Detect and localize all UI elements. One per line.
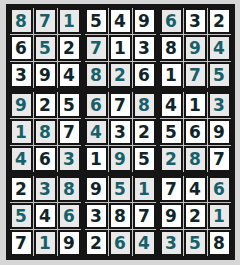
sudoku-board: 8716523945497138266328941759251874636784… — [6, 4, 235, 260]
cell-r5c4[interactable]: 4 — [85, 119, 108, 145]
cell-r7c4[interactable]: 9 — [85, 176, 108, 202]
cell-r4c9[interactable]: 3 — [208, 92, 231, 118]
cell-r7c6[interactable]: 1 — [133, 176, 156, 202]
cell-r6c5[interactable]: 9 — [109, 146, 132, 172]
cell-r4c2[interactable]: 2 — [34, 92, 57, 118]
cell-r3c8[interactable]: 7 — [184, 62, 207, 88]
box-5: 678432195 — [83, 90, 158, 174]
cell-r5c6[interactable]: 2 — [133, 119, 156, 145]
cell-r2c7[interactable]: 8 — [160, 35, 183, 61]
cell-r4c5[interactable]: 7 — [109, 92, 132, 118]
cell-r2c9[interactable]: 4 — [208, 35, 231, 61]
cell-r9c7[interactable]: 3 — [160, 230, 183, 256]
cell-r8c9[interactable]: 1 — [208, 203, 231, 229]
cell-r7c1[interactable]: 2 — [10, 176, 33, 202]
cell-r8c4[interactable]: 3 — [85, 203, 108, 229]
cell-r7c7[interactable]: 7 — [160, 176, 183, 202]
cell-r2c3[interactable]: 2 — [58, 35, 81, 61]
cell-r8c8[interactable]: 2 — [184, 203, 207, 229]
cell-r1c3[interactable]: 1 — [58, 8, 81, 34]
cell-r3c6[interactable]: 6 — [133, 62, 156, 88]
cell-r2c8[interactable]: 9 — [184, 35, 207, 61]
sudoku-page: 8716523945497138266328941759251874636784… — [0, 0, 240, 265]
cell-r9c8[interactable]: 5 — [184, 230, 207, 256]
cell-r5c1[interactable]: 1 — [10, 119, 33, 145]
cell-r6c8[interactable]: 8 — [184, 146, 207, 172]
cell-r8c1[interactable]: 5 — [10, 203, 33, 229]
cell-r2c4[interactable]: 7 — [85, 35, 108, 61]
cell-r8c2[interactable]: 4 — [34, 203, 57, 229]
cell-r3c7[interactable]: 1 — [160, 62, 183, 88]
box-8: 951387264 — [83, 174, 158, 258]
cell-r1c4[interactable]: 5 — [85, 8, 108, 34]
cell-r1c9[interactable]: 2 — [208, 8, 231, 34]
cell-r3c1[interactable]: 3 — [10, 62, 33, 88]
cell-r6c7[interactable]: 2 — [160, 146, 183, 172]
cell-r9c2[interactable]: 1 — [34, 230, 57, 256]
cell-r5c7[interactable]: 5 — [160, 119, 183, 145]
cell-r6c6[interactable]: 5 — [133, 146, 156, 172]
box-4: 925187463 — [8, 90, 83, 174]
cell-r6c3[interactable]: 3 — [58, 146, 81, 172]
cell-r7c8[interactable]: 4 — [184, 176, 207, 202]
cell-r8c3[interactable]: 6 — [58, 203, 81, 229]
cell-r9c4[interactable]: 2 — [85, 230, 108, 256]
cell-r2c2[interactable]: 5 — [34, 35, 57, 61]
cell-r5c2[interactable]: 8 — [34, 119, 57, 145]
cell-r8c7[interactable]: 9 — [160, 203, 183, 229]
cell-r3c9[interactable]: 5 — [208, 62, 231, 88]
cell-r9c9[interactable]: 8 — [208, 230, 231, 256]
box-9: 746921358 — [158, 174, 233, 258]
box-7: 238546719 — [8, 174, 83, 258]
cell-r1c2[interactable]: 7 — [34, 8, 57, 34]
cell-r4c8[interactable]: 1 — [184, 92, 207, 118]
cell-r8c5[interactable]: 8 — [109, 203, 132, 229]
box-2: 549713826 — [83, 6, 158, 90]
cell-r7c2[interactable]: 3 — [34, 176, 57, 202]
cell-r6c2[interactable]: 6 — [34, 146, 57, 172]
cell-r3c5[interactable]: 2 — [109, 62, 132, 88]
cell-r2c5[interactable]: 1 — [109, 35, 132, 61]
cell-r4c3[interactable]: 5 — [58, 92, 81, 118]
cell-r4c4[interactable]: 6 — [85, 92, 108, 118]
cell-r9c5[interactable]: 6 — [109, 230, 132, 256]
cell-r6c1[interactable]: 4 — [10, 146, 33, 172]
cell-r5c5[interactable]: 3 — [109, 119, 132, 145]
cell-r6c4[interactable]: 1 — [85, 146, 108, 172]
cell-r2c6[interactable]: 3 — [133, 35, 156, 61]
cell-r1c1[interactable]: 8 — [10, 8, 33, 34]
cell-r9c6[interactable]: 4 — [133, 230, 156, 256]
cell-r1c8[interactable]: 3 — [184, 8, 207, 34]
cell-r5c9[interactable]: 9 — [208, 119, 231, 145]
cell-r7c5[interactable]: 5 — [109, 176, 132, 202]
box-3: 632894175 — [158, 6, 233, 90]
cell-r7c9[interactable]: 6 — [208, 176, 231, 202]
cell-r4c6[interactable]: 8 — [133, 92, 156, 118]
box-1: 871652394 — [8, 6, 83, 90]
cell-r9c3[interactable]: 9 — [58, 230, 81, 256]
cell-r4c7[interactable]: 4 — [160, 92, 183, 118]
cell-r8c6[interactable]: 7 — [133, 203, 156, 229]
cell-r3c3[interactable]: 4 — [58, 62, 81, 88]
cell-r4c1[interactable]: 9 — [10, 92, 33, 118]
cell-r2c1[interactable]: 6 — [10, 35, 33, 61]
cell-r7c3[interactable]: 8 — [58, 176, 81, 202]
cell-r3c2[interactable]: 9 — [34, 62, 57, 88]
cell-r1c5[interactable]: 4 — [109, 8, 132, 34]
cell-r1c6[interactable]: 9 — [133, 8, 156, 34]
box-6: 413569287 — [158, 90, 233, 174]
cell-r5c8[interactable]: 6 — [184, 119, 207, 145]
cell-r1c7[interactable]: 6 — [160, 8, 183, 34]
cell-r3c4[interactable]: 8 — [85, 62, 108, 88]
cell-r9c1[interactable]: 7 — [10, 230, 33, 256]
cell-r5c3[interactable]: 7 — [58, 119, 81, 145]
cell-r6c9[interactable]: 7 — [208, 146, 231, 172]
